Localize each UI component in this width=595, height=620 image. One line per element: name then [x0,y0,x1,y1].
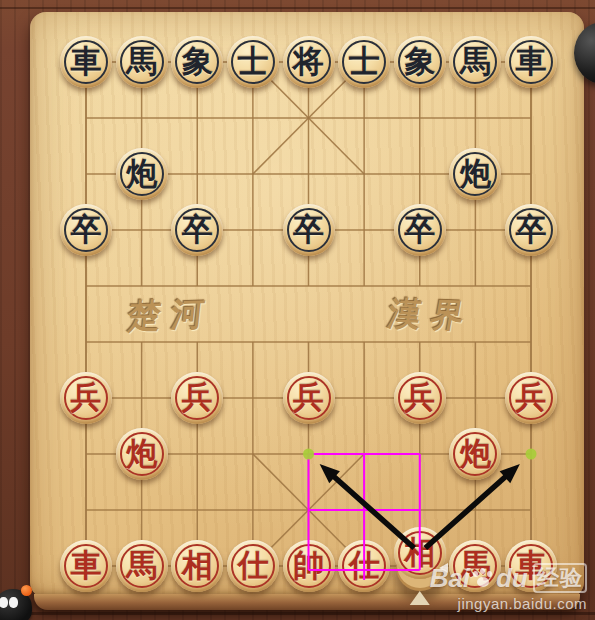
baidu-logo-cn: 经验 [533,563,587,593]
xiangqi-game-screen: 楚河 漢界 車馬象士将士象馬車炮炮卒卒卒卒卒兵兵兵兵兵炮炮車馬相仕帥仕相馬車 B… [0,0,595,620]
baidu-paw-icon [472,567,494,589]
mascot-eye [9,597,18,608]
move-target-dot[interactable] [526,449,537,460]
move-arrow-shaft [425,475,508,549]
panda-mascot [0,585,38,620]
watermark-url: jingyan.baidu.com [430,595,587,612]
baidu-logo-text-left: Bai [430,565,470,591]
watermark: Bai du 经验 jingyan.baidu.com [430,563,587,612]
baidu-logo-text-right: du [496,565,528,591]
selection-triangle-indicator [410,591,430,605]
mascot-eye [0,597,8,608]
baidu-logo: Bai du 经验 [430,563,587,593]
move-target-dot[interactable] [303,449,314,460]
move-arrow-shaft [332,475,415,549]
mascot-orange-ball [21,585,32,596]
move-annotations [0,0,595,620]
